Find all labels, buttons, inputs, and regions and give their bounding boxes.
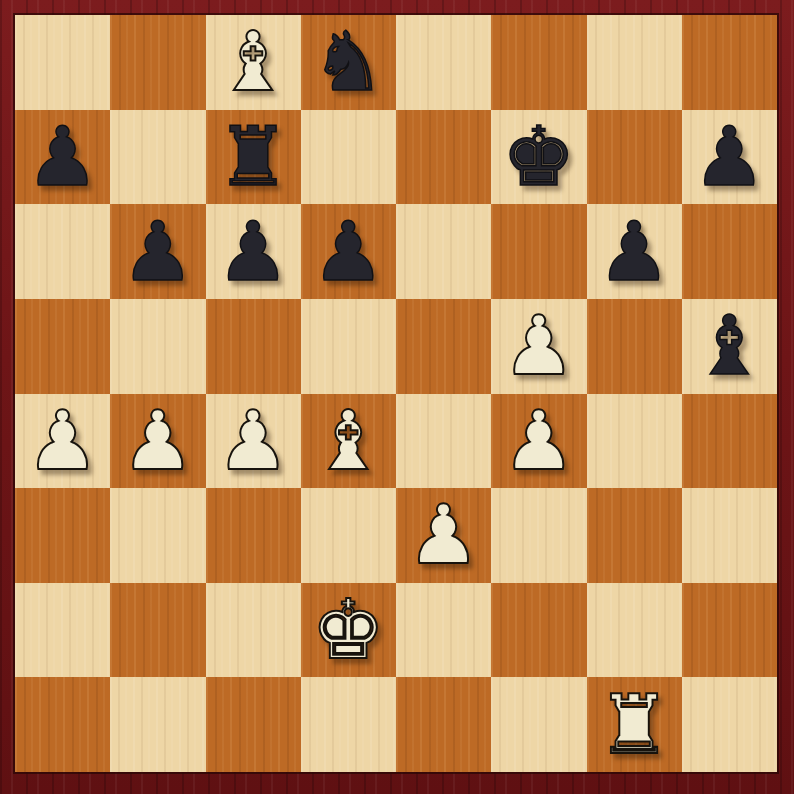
piece-black-pawn-h7[interactable]: ♟: [693, 116, 767, 198]
piece-white-rook-g1[interactable]: ♜: [597, 684, 671, 766]
square-h1[interactable]: [682, 677, 777, 772]
square-h4[interactable]: [682, 394, 777, 489]
piece-white-pawn-f5[interactable]: ♟: [502, 305, 576, 387]
square-g4[interactable]: [587, 394, 682, 489]
square-c8[interactable]: ♝: [206, 15, 301, 110]
square-b6[interactable]: ♟: [110, 204, 205, 299]
piece-white-pawn-c4[interactable]: ♟: [216, 400, 290, 482]
square-e8[interactable]: [396, 15, 491, 110]
square-b5[interactable]: [110, 299, 205, 394]
square-d8[interactable]: ♞: [301, 15, 396, 110]
square-g6[interactable]: ♟: [587, 204, 682, 299]
square-b7[interactable]: [110, 110, 205, 205]
piece-white-king-d2[interactable]: ♚: [312, 589, 386, 671]
square-g2[interactable]: [587, 583, 682, 678]
piece-white-pawn-a4[interactable]: ♟: [26, 400, 100, 482]
square-b8[interactable]: [110, 15, 205, 110]
board: ♝♞♟♜♚♟♟♟♟♟♟♝♟♟♟♝♟♟♚♜: [15, 15, 777, 772]
square-d2[interactable]: ♚: [301, 583, 396, 678]
square-f3[interactable]: [491, 488, 586, 583]
square-e7[interactable]: [396, 110, 491, 205]
square-f6[interactable]: [491, 204, 586, 299]
square-c4[interactable]: ♟: [206, 394, 301, 489]
board-frame: ♝♞♟♜♚♟♟♟♟♟♟♝♟♟♟♝♟♟♚♜: [0, 0, 794, 794]
square-d1[interactable]: [301, 677, 396, 772]
square-b1[interactable]: [110, 677, 205, 772]
square-g3[interactable]: [587, 488, 682, 583]
piece-white-bishop-c8[interactable]: ♝: [216, 21, 290, 103]
square-d4[interactable]: ♝: [301, 394, 396, 489]
square-f5[interactable]: ♟: [491, 299, 586, 394]
piece-white-pawn-f4[interactable]: ♟: [502, 400, 576, 482]
square-a4[interactable]: ♟: [15, 394, 110, 489]
square-e2[interactable]: [396, 583, 491, 678]
square-a2[interactable]: [15, 583, 110, 678]
square-e6[interactable]: [396, 204, 491, 299]
square-h3[interactable]: [682, 488, 777, 583]
square-e3[interactable]: ♟: [396, 488, 491, 583]
square-f2[interactable]: [491, 583, 586, 678]
square-b2[interactable]: [110, 583, 205, 678]
square-d6[interactable]: ♟: [301, 204, 396, 299]
piece-black-pawn-b6[interactable]: ♟: [121, 211, 195, 293]
square-d3[interactable]: [301, 488, 396, 583]
square-h8[interactable]: [682, 15, 777, 110]
square-f4[interactable]: ♟: [491, 394, 586, 489]
piece-black-bishop-h5[interactable]: ♝: [693, 305, 767, 387]
square-g1[interactable]: ♜: [587, 677, 682, 772]
square-f7[interactable]: ♚: [491, 110, 586, 205]
piece-white-pawn-e3[interactable]: ♟: [407, 494, 481, 576]
square-c2[interactable]: [206, 583, 301, 678]
square-c3[interactable]: [206, 488, 301, 583]
piece-black-knight-d8[interactable]: ♞: [312, 21, 386, 103]
square-g7[interactable]: [587, 110, 682, 205]
piece-white-pawn-b4[interactable]: ♟: [121, 400, 195, 482]
square-h5[interactable]: ♝: [682, 299, 777, 394]
square-a1[interactable]: [15, 677, 110, 772]
square-c1[interactable]: [206, 677, 301, 772]
square-b3[interactable]: [110, 488, 205, 583]
square-c5[interactable]: [206, 299, 301, 394]
square-a3[interactable]: [15, 488, 110, 583]
square-c7[interactable]: ♜: [206, 110, 301, 205]
square-a8[interactable]: [15, 15, 110, 110]
square-g8[interactable]: [587, 15, 682, 110]
square-a6[interactable]: [15, 204, 110, 299]
piece-black-pawn-d6[interactable]: ♟: [312, 211, 386, 293]
piece-black-king-f7[interactable]: ♚: [502, 116, 576, 198]
square-d7[interactable]: [301, 110, 396, 205]
square-g5[interactable]: [587, 299, 682, 394]
piece-black-pawn-a7[interactable]: ♟: [26, 116, 100, 198]
square-a7[interactable]: ♟: [15, 110, 110, 205]
square-f1[interactable]: [491, 677, 586, 772]
square-b4[interactable]: ♟: [110, 394, 205, 489]
square-c6[interactable]: ♟: [206, 204, 301, 299]
square-h7[interactable]: ♟: [682, 110, 777, 205]
square-a5[interactable]: [15, 299, 110, 394]
square-h2[interactable]: [682, 583, 777, 678]
piece-black-pawn-c6[interactable]: ♟: [216, 211, 290, 293]
piece-white-bishop-d4[interactable]: ♝: [312, 400, 386, 482]
square-e4[interactable]: [396, 394, 491, 489]
piece-black-rook-c7[interactable]: ♜: [216, 116, 290, 198]
square-e5[interactable]: [396, 299, 491, 394]
square-d5[interactable]: [301, 299, 396, 394]
square-h6[interactable]: [682, 204, 777, 299]
piece-black-pawn-g6[interactable]: ♟: [597, 211, 671, 293]
square-e1[interactable]: [396, 677, 491, 772]
square-f8[interactable]: [491, 15, 586, 110]
